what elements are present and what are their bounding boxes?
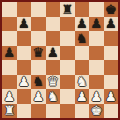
- square-f6[interactable]: ♞: [75, 31, 90, 46]
- piece-bR-e8: ♜: [61, 3, 73, 16]
- piece-bP-g7: ♟: [90, 17, 102, 30]
- square-h8[interactable]: ♚: [104, 2, 119, 17]
- square-d2[interactable]: ♞: [46, 89, 61, 104]
- square-e4[interactable]: [60, 60, 75, 75]
- square-e1[interactable]: [60, 104, 75, 119]
- square-f5[interactable]: [75, 46, 90, 61]
- chess-board: ♜♚♟♟♟♟♞♟♛♟♟♞♛♞♟♟♞♟♟♟♜♚: [2, 2, 118, 118]
- square-a6[interactable]: [2, 31, 17, 46]
- square-e2[interactable]: [60, 89, 75, 104]
- square-f8[interactable]: [75, 2, 90, 17]
- piece-bP-f7: ♟: [76, 17, 88, 30]
- square-g7[interactable]: ♟: [89, 17, 104, 32]
- piece-bP-b7: ♟: [18, 17, 30, 30]
- piece-wP-b3: ♟: [18, 75, 30, 88]
- square-e5[interactable]: [60, 46, 75, 61]
- square-b3[interactable]: ♟: [17, 75, 32, 90]
- square-g1[interactable]: ♚: [89, 104, 104, 119]
- square-e6[interactable]: [60, 31, 75, 46]
- piece-wP-h2: ♟: [105, 90, 117, 103]
- square-h2[interactable]: ♟: [104, 89, 119, 104]
- square-h3[interactable]: [104, 75, 119, 90]
- piece-wN-f3: ♞: [76, 75, 88, 88]
- piece-wK-g1: ♚: [90, 104, 102, 117]
- square-g2[interactable]: ♟: [89, 89, 104, 104]
- square-d6[interactable]: [46, 31, 61, 46]
- piece-wP-g2: ♟: [90, 90, 102, 103]
- square-c8[interactable]: [31, 2, 46, 17]
- square-e8[interactable]: ♜: [60, 2, 75, 17]
- square-f7[interactable]: ♟: [75, 17, 90, 32]
- square-a8[interactable]: [2, 2, 17, 17]
- piece-bN-f6: ♞: [76, 32, 88, 45]
- piece-bP-d5: ♟: [47, 46, 59, 59]
- piece-wN-d2: ♞: [47, 90, 59, 103]
- square-g6[interactable]: [89, 31, 104, 46]
- piece-bN-c3: ♞: [32, 75, 44, 88]
- piece-wP-a2: ♟: [3, 90, 15, 103]
- piece-wP-c2: ♟: [32, 90, 44, 103]
- square-e3[interactable]: [60, 75, 75, 90]
- square-a7[interactable]: [2, 17, 17, 32]
- square-d7[interactable]: [46, 17, 61, 32]
- square-f1[interactable]: [75, 104, 90, 119]
- square-g5[interactable]: [89, 46, 104, 61]
- piece-wP-f2: ♟: [76, 90, 88, 103]
- square-f3[interactable]: ♞: [75, 75, 90, 90]
- square-c5[interactable]: ♛: [31, 46, 46, 61]
- square-a3[interactable]: [2, 75, 17, 90]
- piece-bP-a5: ♟: [3, 46, 15, 59]
- square-b7[interactable]: ♟: [17, 17, 32, 32]
- square-e7[interactable]: [60, 17, 75, 32]
- piece-wR-a1: ♜: [3, 104, 15, 117]
- piece-wQ-d3: ♛: [47, 75, 59, 88]
- square-b2[interactable]: [17, 89, 32, 104]
- square-c1[interactable]: [31, 104, 46, 119]
- square-a2[interactable]: ♟: [2, 89, 17, 104]
- piece-bQ-c5: ♛: [32, 46, 44, 59]
- square-d3[interactable]: ♛: [46, 75, 61, 90]
- square-d8[interactable]: [46, 2, 61, 17]
- square-b6[interactable]: [17, 31, 32, 46]
- square-g4[interactable]: [89, 60, 104, 75]
- square-a5[interactable]: ♟: [2, 46, 17, 61]
- piece-bK-h8: ♚: [105, 3, 117, 16]
- square-h4[interactable]: [104, 60, 119, 75]
- square-d1[interactable]: [46, 104, 61, 119]
- square-c6[interactable]: [31, 31, 46, 46]
- square-b8[interactable]: [17, 2, 32, 17]
- square-f2[interactable]: ♟: [75, 89, 90, 104]
- square-d4[interactable]: [46, 60, 61, 75]
- square-b4[interactable]: [17, 60, 32, 75]
- square-f4[interactable]: [75, 60, 90, 75]
- square-g8[interactable]: [89, 2, 104, 17]
- square-g3[interactable]: [89, 75, 104, 90]
- square-c4[interactable]: [31, 60, 46, 75]
- square-c2[interactable]: ♟: [31, 89, 46, 104]
- square-c7[interactable]: [31, 17, 46, 32]
- square-h5[interactable]: [104, 46, 119, 61]
- square-b5[interactable]: [17, 46, 32, 61]
- chess-diagram: ♜♚♟♟♟♟♞♟♛♟♟♞♛♞♟♟♞♟♟♟♜♚: [0, 0, 120, 120]
- square-a4[interactable]: [2, 60, 17, 75]
- piece-bP-h7: ♟: [105, 17, 117, 30]
- square-c3[interactable]: ♞: [31, 75, 46, 90]
- square-h1[interactable]: [104, 104, 119, 119]
- square-h6[interactable]: [104, 31, 119, 46]
- square-b1[interactable]: [17, 104, 32, 119]
- square-h7[interactable]: ♟: [104, 17, 119, 32]
- square-d5[interactable]: ♟: [46, 46, 61, 61]
- square-a1[interactable]: ♜: [2, 104, 17, 119]
